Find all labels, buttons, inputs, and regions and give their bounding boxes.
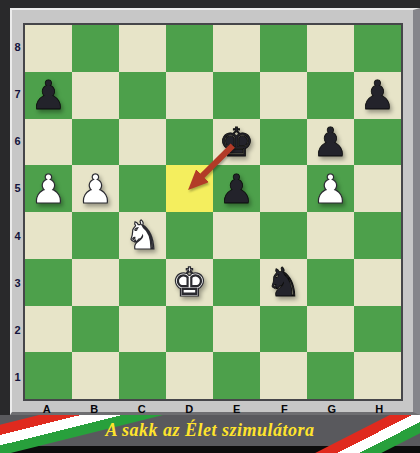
piece-white-pawn[interactable]: ♟ bbox=[78, 169, 114, 209]
square-h4[interactable] bbox=[354, 212, 401, 259]
rank-labels: 87654321 bbox=[12, 23, 23, 401]
square-h3[interactable] bbox=[354, 259, 401, 306]
square-c4[interactable]: ♞ bbox=[119, 212, 166, 259]
square-g7[interactable] bbox=[307, 72, 354, 119]
rank-label-3: 3 bbox=[12, 259, 23, 306]
square-b3[interactable] bbox=[72, 259, 119, 306]
square-d4[interactable] bbox=[166, 212, 213, 259]
chess-board: ♟♟♚♟♟♟♟♟♞♚♞ bbox=[23, 23, 403, 401]
caption-text: A sakk az Élet szimulátora bbox=[0, 415, 420, 446]
square-d5[interactable] bbox=[166, 165, 213, 212]
square-h2[interactable] bbox=[354, 306, 401, 353]
square-a5[interactable]: ♟ bbox=[25, 165, 72, 212]
square-g2[interactable] bbox=[307, 306, 354, 353]
square-g5[interactable]: ♟ bbox=[307, 165, 354, 212]
square-b4[interactable] bbox=[72, 212, 119, 259]
square-f4[interactable] bbox=[260, 212, 307, 259]
rank-label-5: 5 bbox=[12, 165, 23, 212]
square-e4[interactable] bbox=[213, 212, 260, 259]
rank-label-8: 8 bbox=[12, 23, 23, 70]
rank-label-2: 2 bbox=[12, 307, 23, 354]
piece-black-king[interactable]: ♚ bbox=[219, 122, 255, 162]
square-e5[interactable]: ♟ bbox=[213, 165, 260, 212]
rank-label-6: 6 bbox=[12, 118, 23, 165]
square-h6[interactable] bbox=[354, 119, 401, 166]
square-a1[interactable] bbox=[25, 352, 72, 399]
square-c3[interactable] bbox=[119, 259, 166, 306]
square-a8[interactable] bbox=[25, 25, 72, 72]
square-g6[interactable]: ♟ bbox=[307, 119, 354, 166]
square-a6[interactable] bbox=[25, 119, 72, 166]
square-f8[interactable] bbox=[260, 25, 307, 72]
square-g3[interactable] bbox=[307, 259, 354, 306]
rank-label-1: 1 bbox=[12, 354, 23, 401]
square-d8[interactable] bbox=[166, 25, 213, 72]
square-a2[interactable] bbox=[25, 306, 72, 353]
rank-label-4: 4 bbox=[12, 212, 23, 259]
square-c5[interactable] bbox=[119, 165, 166, 212]
square-c1[interactable] bbox=[119, 352, 166, 399]
square-e8[interactable] bbox=[213, 25, 260, 72]
square-a4[interactable] bbox=[25, 212, 72, 259]
square-e7[interactable] bbox=[213, 72, 260, 119]
square-b8[interactable] bbox=[72, 25, 119, 72]
square-b2[interactable] bbox=[72, 306, 119, 353]
piece-white-pawn[interactable]: ♟ bbox=[31, 169, 67, 209]
square-e6[interactable]: ♚ bbox=[213, 119, 260, 166]
square-c2[interactable] bbox=[119, 306, 166, 353]
square-b7[interactable] bbox=[72, 72, 119, 119]
square-h1[interactable] bbox=[354, 352, 401, 399]
square-b6[interactable] bbox=[72, 119, 119, 166]
square-h7[interactable]: ♟ bbox=[354, 72, 401, 119]
square-e1[interactable] bbox=[213, 352, 260, 399]
square-b5[interactable]: ♟ bbox=[72, 165, 119, 212]
rank-label-7: 7 bbox=[12, 70, 23, 117]
square-d2[interactable] bbox=[166, 306, 213, 353]
caption-band: A sakk az Élet szimulátora bbox=[0, 415, 420, 453]
square-f6[interactable] bbox=[260, 119, 307, 166]
square-f2[interactable] bbox=[260, 306, 307, 353]
board-panel: 87654321 ♟♟♚♟♟♟♟♟♞♚♞ ABCDEFGH bbox=[10, 8, 420, 415]
square-c8[interactable] bbox=[119, 25, 166, 72]
square-d6[interactable] bbox=[166, 119, 213, 166]
square-c7[interactable] bbox=[119, 72, 166, 119]
square-f1[interactable] bbox=[260, 352, 307, 399]
piece-white-king[interactable]: ♚ bbox=[172, 262, 208, 302]
square-h8[interactable] bbox=[354, 25, 401, 72]
square-e2[interactable] bbox=[213, 306, 260, 353]
piece-white-pawn[interactable]: ♟ bbox=[313, 169, 349, 209]
square-g1[interactable] bbox=[307, 352, 354, 399]
square-d7[interactable] bbox=[166, 72, 213, 119]
square-d1[interactable] bbox=[166, 352, 213, 399]
square-f3[interactable]: ♞ bbox=[260, 259, 307, 306]
piece-black-pawn[interactable]: ♟ bbox=[31, 75, 67, 115]
piece-black-knight[interactable]: ♞ bbox=[266, 262, 302, 302]
square-a3[interactable] bbox=[25, 259, 72, 306]
square-e3[interactable] bbox=[213, 259, 260, 306]
piece-black-pawn[interactable]: ♟ bbox=[360, 75, 396, 115]
square-g4[interactable] bbox=[307, 212, 354, 259]
square-b1[interactable] bbox=[72, 352, 119, 399]
square-h5[interactable] bbox=[354, 165, 401, 212]
piece-black-pawn[interactable]: ♟ bbox=[219, 169, 255, 209]
piece-black-pawn[interactable]: ♟ bbox=[313, 122, 349, 162]
chess-puzzle-image: 87654321 ♟♟♚♟♟♟♟♟♞♚♞ ABCDEFGH A sakk az … bbox=[0, 0, 420, 453]
square-g8[interactable] bbox=[307, 25, 354, 72]
square-f7[interactable] bbox=[260, 72, 307, 119]
square-c6[interactable] bbox=[119, 119, 166, 166]
square-d3[interactable]: ♚ bbox=[166, 259, 213, 306]
square-a7[interactable]: ♟ bbox=[25, 72, 72, 119]
piece-white-knight[interactable]: ♞ bbox=[125, 215, 161, 255]
square-f5[interactable] bbox=[260, 165, 307, 212]
